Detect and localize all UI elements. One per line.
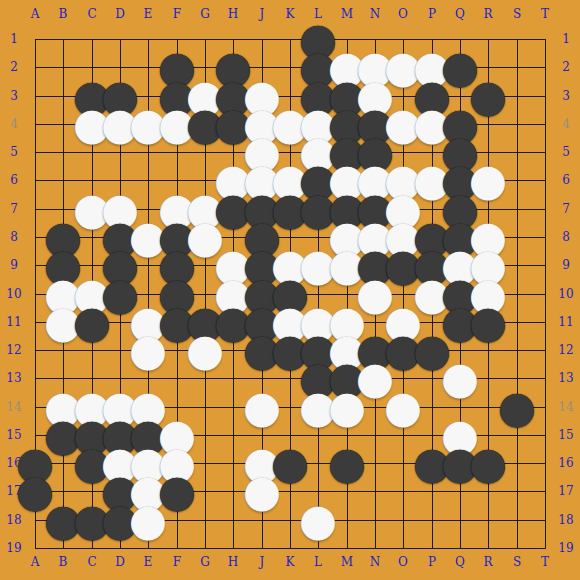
row-label-left-5: 5 [2,145,26,159]
black-stone[interactable]: ● [474,308,502,336]
column-label-bottom-N: N [363,555,387,569]
column-label-top-Q: Q [448,7,472,21]
column-label-bottom-K: K [278,555,302,569]
row-label-right-17: 17 [554,484,578,498]
column-label-top-B: B [51,7,75,21]
column-label-top-G: G [193,7,217,21]
go-board[interactable]: AABBCCDDEEFFGGHHJJKKLLMMNNOOPPQQRRSSTT11… [0,0,580,580]
black-stone[interactable]: ● [474,449,502,477]
row-label-right-9: 9 [554,258,578,272]
white-stone[interactable]: ● [248,477,276,505]
column-label-top-A: A [23,7,47,21]
row-label-left-2: 2 [2,60,26,74]
column-label-top-C: C [80,7,104,21]
column-label-bottom-Q: Q [448,555,472,569]
row-label-right-2: 2 [554,60,578,74]
row-label-left-4: 4 [2,117,26,131]
black-stone[interactable]: ● [503,393,531,421]
row-label-left-1: 1 [2,32,26,46]
column-label-top-T: T [533,7,557,21]
row-label-right-11: 11 [554,315,578,329]
column-label-bottom-C: C [80,555,104,569]
row-label-left-3: 3 [2,89,26,103]
row-label-right-5: 5 [554,145,578,159]
row-label-left-8: 8 [2,230,26,244]
row-label-right-16: 16 [554,456,578,470]
column-label-top-J: J [250,7,274,21]
column-label-bottom-E: E [136,555,160,569]
row-label-right-19: 19 [554,541,578,555]
column-label-bottom-F: F [165,555,189,569]
row-label-right-12: 12 [554,343,578,357]
board-grid-hline [35,39,546,40]
column-label-bottom-R: R [476,555,500,569]
row-label-left-9: 9 [2,258,26,272]
row-label-right-7: 7 [554,202,578,216]
row-label-right-14: 14 [554,400,578,414]
column-label-bottom-M: M [335,555,359,569]
column-label-bottom-B: B [51,555,75,569]
column-label-bottom-L: L [306,555,330,569]
row-label-right-8: 8 [554,230,578,244]
row-label-right-13: 13 [554,371,578,385]
column-label-top-R: R [476,7,500,21]
column-label-bottom-P: P [420,555,444,569]
black-stone[interactable]: ● [333,449,361,477]
column-label-bottom-T: T [533,555,557,569]
black-stone[interactable]: ● [78,308,106,336]
row-label-right-18: 18 [554,513,578,527]
white-stone[interactable]: ● [248,393,276,421]
white-stone[interactable]: ● [389,393,417,421]
column-label-bottom-G: G [193,555,217,569]
column-label-top-N: N [363,7,387,21]
board-grid-hline [35,548,546,549]
row-label-left-7: 7 [2,202,26,216]
black-stone[interactable]: ● [163,477,191,505]
row-label-left-13: 13 [2,371,26,385]
row-label-left-11: 11 [2,315,26,329]
column-label-top-O: O [391,7,415,21]
row-label-right-1: 1 [554,32,578,46]
row-label-left-10: 10 [2,287,26,301]
row-label-left-14: 14 [2,400,26,414]
column-label-bottom-D: D [108,555,132,569]
column-label-bottom-H: H [221,555,245,569]
column-label-top-M: M [335,7,359,21]
row-label-left-12: 12 [2,343,26,357]
column-label-top-E: E [136,7,160,21]
row-label-left-6: 6 [2,173,26,187]
row-label-right-10: 10 [554,287,578,301]
row-label-left-19: 19 [2,541,26,555]
white-stone[interactable]: ● [134,336,162,364]
column-label-bottom-S: S [505,555,529,569]
column-label-top-F: F [165,7,189,21]
white-stone[interactable]: ● [446,364,474,392]
column-label-top-S: S [505,7,529,21]
white-stone[interactable]: ● [134,506,162,534]
column-label-top-H: H [221,7,245,21]
row-label-right-15: 15 [554,428,578,442]
column-label-bottom-J: J [250,555,274,569]
column-label-top-P: P [420,7,444,21]
column-label-bottom-O: O [391,555,415,569]
row-label-right-4: 4 [554,117,578,131]
white-stone[interactable]: ● [191,336,219,364]
white-stone[interactable]: ● [304,506,332,534]
row-label-right-6: 6 [554,173,578,187]
column-label-bottom-A: A [23,555,47,569]
white-stone[interactable]: ● [333,393,361,421]
row-label-right-3: 3 [554,89,578,103]
column-label-top-D: D [108,7,132,21]
